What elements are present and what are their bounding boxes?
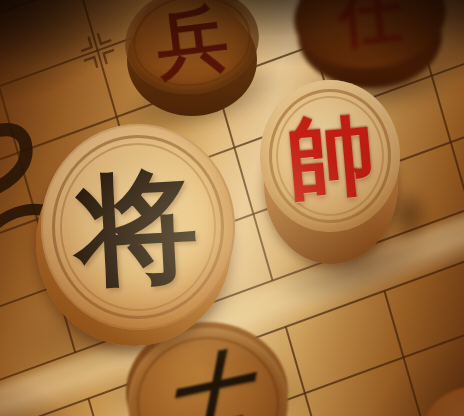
black-general-glyph: 将 xyxy=(31,119,244,335)
piece-red-general[interactable]: 帥 xyxy=(258,80,404,272)
piece-edge-bottom-right[interactable] xyxy=(422,386,464,416)
red-soldier-glyph: 兵 xyxy=(116,0,268,102)
red-general-glyph: 帥 xyxy=(252,74,411,238)
piece-face xyxy=(422,386,464,416)
piece-red-soldier[interactable]: 兵 xyxy=(122,0,262,120)
piece-black-general[interactable]: 将 xyxy=(36,124,238,348)
xiangqi-board-photo: 仕 兵 帥 士 将 xyxy=(0,0,464,416)
